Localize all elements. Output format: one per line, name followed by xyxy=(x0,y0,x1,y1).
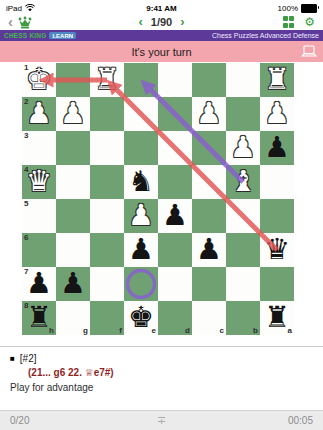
square-a1[interactable]: ♜ xyxy=(260,63,294,97)
square-c5[interactable] xyxy=(192,199,226,233)
square-b8[interactable]: b xyxy=(226,301,260,335)
square-f4[interactable] xyxy=(90,165,124,199)
square-g3[interactable] xyxy=(56,131,90,165)
square-h1[interactable]: 1♚ xyxy=(22,63,56,97)
course-title: Chess Puzzles Advanced Defense xyxy=(212,32,319,39)
square-a6[interactable]: ♛ xyxy=(260,233,294,267)
square-f7[interactable] xyxy=(90,267,124,301)
piece-wP-a2: ♟ xyxy=(260,97,294,131)
piece-wP-h2: ♟ xyxy=(22,97,56,131)
piece-wK-h1: ♚ xyxy=(22,63,56,97)
chess-king-learn-logo[interactable]: CHESS KING LEARN xyxy=(4,32,76,39)
next-puzzle-button[interactable]: › xyxy=(180,15,184,29)
bottom-bar: 0/20 ∓ 00:05 xyxy=(0,410,323,430)
square-g2[interactable]: ♟ xyxy=(56,97,90,131)
square-h8[interactable]: 8h♜ xyxy=(22,301,56,335)
task-label: [#2] xyxy=(20,353,37,364)
square-a8[interactable]: a♜ xyxy=(260,301,294,335)
piece-bR-a8: ♜ xyxy=(260,301,294,335)
square-f2[interactable] xyxy=(90,97,124,131)
evaluation-symbol: ∓ xyxy=(0,414,323,427)
square-c7[interactable] xyxy=(192,267,226,301)
puzzle-counter: 1/90 xyxy=(151,16,172,28)
square-b6[interactable] xyxy=(226,233,260,267)
piece-bP-g7: ♟ xyxy=(56,267,90,301)
square-b2[interactable] xyxy=(226,97,260,131)
piece-bP-h7: ♟ xyxy=(22,267,56,301)
file-label: g xyxy=(83,326,88,335)
square-f3[interactable] xyxy=(90,131,124,165)
square-h6[interactable]: 6 xyxy=(22,233,56,267)
square-d2[interactable] xyxy=(158,97,192,131)
turn-banner: It's your turn xyxy=(0,41,323,62)
rank-label: 5 xyxy=(24,199,28,208)
nav-bar: ‹ ‹ 1/90 › ⚙ xyxy=(0,14,323,30)
square-g5[interactable] xyxy=(56,199,90,233)
square-c1[interactable] xyxy=(192,63,226,97)
square-e2[interactable] xyxy=(124,97,158,131)
brand-name: CHESS KING xyxy=(4,32,46,39)
square-b3[interactable]: ♟ xyxy=(226,131,260,165)
square-c8[interactable]: c xyxy=(192,301,226,335)
square-f8[interactable]: f xyxy=(90,301,124,335)
square-d7[interactable] xyxy=(158,267,192,301)
rank-label: 6 xyxy=(24,233,28,242)
piece-wR-f1: ♜ xyxy=(90,63,124,97)
square-d5[interactable]: ♟ xyxy=(158,199,192,233)
square-g7[interactable]: ♟ xyxy=(56,267,90,301)
square-c2[interactable]: ♟ xyxy=(192,97,226,131)
square-c6[interactable]: ♟ xyxy=(192,233,226,267)
square-a7[interactable] xyxy=(260,267,294,301)
piece-bR-h8: ♜ xyxy=(22,301,56,335)
black-to-move-bullet: ■ xyxy=(10,354,15,363)
square-c4[interactable] xyxy=(192,165,226,199)
piece-wP-g2: ♟ xyxy=(56,97,90,131)
battery-icon xyxy=(301,4,317,13)
square-e6[interactable]: ♟ xyxy=(124,233,158,267)
square-e1[interactable] xyxy=(124,63,158,97)
square-h7[interactable]: 7♟ xyxy=(22,267,56,301)
piece-bK-e8: ♚ xyxy=(124,301,158,335)
file-label: b xyxy=(253,326,258,335)
square-g6[interactable] xyxy=(56,233,90,267)
learn-badge: LEARN xyxy=(49,32,76,39)
piece-wQ-h4: ♛ xyxy=(22,165,56,199)
piece-wR-a1: ♜ xyxy=(260,63,294,97)
square-a3[interactable]: ♟ xyxy=(260,131,294,165)
rank-label: 3 xyxy=(24,131,28,140)
square-d3[interactable] xyxy=(158,131,192,165)
square-f1[interactable]: ♜ xyxy=(90,63,124,97)
variation-line: (21... g6 22. ♕e7#) xyxy=(28,367,313,378)
square-g8[interactable]: g xyxy=(56,301,90,335)
square-h5[interactable]: 5 xyxy=(22,199,56,233)
piece-wP-e5: ♟ xyxy=(124,199,158,233)
square-e8[interactable]: e♚ xyxy=(124,301,158,335)
square-b5[interactable] xyxy=(226,199,260,233)
square-e7[interactable] xyxy=(124,267,158,301)
square-b4[interactable]: ♝ xyxy=(226,165,260,199)
piece-bP-c6: ♟ xyxy=(192,233,226,267)
square-h3[interactable]: 3 xyxy=(22,131,56,165)
square-g1[interactable] xyxy=(56,63,90,97)
square-d4[interactable] xyxy=(158,165,192,199)
chess-board: 1♚♜♜2♟♟♟♟3♟♟4♛♞♝5♟♟6♟♟♛7♟♟8h♜gfe♚dcba♜ xyxy=(22,63,294,335)
puzzle-list-icon[interactable] xyxy=(283,16,295,28)
square-c3[interactable] xyxy=(192,131,226,165)
prev-puzzle-button[interactable]: ‹ xyxy=(138,15,142,29)
piece-wP-b3: ♟ xyxy=(226,131,260,165)
gear-icon[interactable]: ⚙ xyxy=(304,16,315,28)
goal-text: Play for advantage xyxy=(10,382,313,393)
square-f6[interactable] xyxy=(90,233,124,267)
piece-bQ-a6: ♛ xyxy=(260,233,294,267)
piece-bP-d5: ♟ xyxy=(158,199,192,233)
piece-bP-e6: ♟ xyxy=(124,233,158,267)
piece-bP-a3: ♟ xyxy=(260,131,294,165)
square-h2[interactable]: 2♟ xyxy=(22,97,56,131)
clock: 9:41 AM xyxy=(0,4,323,13)
square-f5[interactable] xyxy=(90,199,124,233)
annotation-panel: ■ [#2] (21... g6 22. ♕e7#) Play for adva… xyxy=(0,347,323,399)
status-bar: iPad 9:41 AM 100% xyxy=(0,0,323,14)
piece-wP-c2: ♟ xyxy=(192,97,226,131)
square-e5[interactable]: ♟ xyxy=(124,199,158,233)
square-b7[interactable] xyxy=(226,267,260,301)
square-d8[interactable]: d xyxy=(158,301,192,335)
square-a2[interactable]: ♟ xyxy=(260,97,294,131)
square-h4[interactable]: 4♛ xyxy=(22,165,56,199)
brand-bar: CHESS KING LEARN Chess Puzzles Advanced … xyxy=(0,30,323,41)
square-d1[interactable] xyxy=(158,63,192,97)
square-b1[interactable] xyxy=(226,63,260,97)
file-label: c xyxy=(220,326,224,335)
square-g4[interactable] xyxy=(56,165,90,199)
square-e4[interactable]: ♞ xyxy=(124,165,158,199)
square-a4[interactable] xyxy=(260,165,294,199)
piece-bN-e4: ♞ xyxy=(124,165,158,199)
score-counter: 0/20 xyxy=(10,415,29,426)
file-label: d xyxy=(185,326,190,335)
computer-icon[interactable] xyxy=(301,45,317,58)
battery-percent: 100% xyxy=(278,4,298,13)
square-a5[interactable] xyxy=(260,199,294,233)
square-d6[interactable] xyxy=(158,233,192,267)
elapsed-time: 00:05 xyxy=(288,415,313,426)
piece-wB-b4: ♝ xyxy=(226,165,260,199)
square-e3[interactable] xyxy=(124,131,158,165)
file-label: f xyxy=(119,326,122,335)
turn-text: It's your turn xyxy=(131,46,191,58)
